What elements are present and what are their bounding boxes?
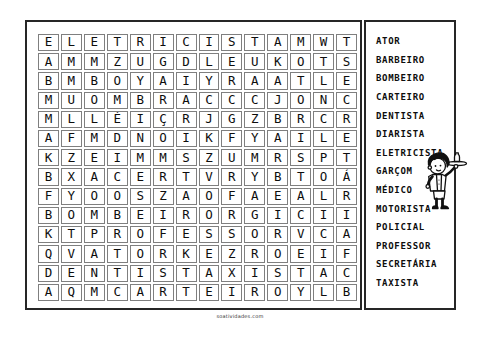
grid-cell[interactable]: E [267, 188, 288, 205]
grid-cell[interactable]: Z [199, 149, 220, 166]
grid-cell[interactable]: T [290, 168, 311, 185]
grid-cell[interactable]: K [267, 53, 288, 70]
grid-cell[interactable]: R [130, 34, 151, 51]
grid-cell[interactable]: E [199, 245, 220, 262]
grid-cell[interactable]: C [221, 92, 242, 109]
grid-cell[interactable]: L [313, 284, 334, 301]
grid-cell[interactable]: T [313, 53, 334, 70]
grid-cell[interactable]: B [38, 168, 59, 185]
grid-cell[interactable]: R [221, 168, 242, 185]
grid-cell[interactable]: R [221, 72, 242, 89]
word-list-item: BOMBEIRO [376, 69, 454, 88]
grid-cell[interactable]: N [130, 130, 151, 147]
grid-cell[interactable]: I [153, 34, 174, 51]
grid-cell[interactable]: K [38, 226, 59, 243]
grid-cell[interactable]: O [267, 284, 288, 301]
grid-cell[interactable]: I [107, 149, 128, 166]
grid-cell[interactable]: A [38, 53, 59, 70]
grid-cell[interactable]: G [221, 111, 242, 128]
grid-cell[interactable]: R [153, 168, 174, 185]
grid-cell[interactable]: T [107, 245, 128, 262]
grid-cell[interactable]: T [176, 265, 197, 282]
grid-cell[interactable]: K [176, 245, 197, 262]
grid-cell[interactable]: O [199, 207, 220, 224]
grid-cell[interactable]: M [61, 72, 82, 89]
grid-cell[interactable]: U [244, 53, 265, 70]
grid-cell[interactable]: O [290, 92, 311, 109]
grid-cell[interactable]: É [107, 111, 128, 128]
grid-cell[interactable]: A [153, 72, 174, 89]
grid-cell[interactable]: C [336, 92, 357, 109]
grid-cell[interactable]: E [336, 130, 357, 147]
grid-cell[interactable]: Q [61, 284, 82, 301]
grid-cell[interactable]: S [221, 226, 242, 243]
grid-cell[interactable]: T [107, 34, 128, 51]
grid-cell[interactable]: U [130, 53, 151, 70]
grid-cell[interactable]: O [313, 168, 334, 185]
grid-cell[interactable]: F [336, 245, 357, 262]
word-list-item: DENTISTA [376, 106, 454, 125]
grid-cell[interactable]: C [107, 284, 128, 301]
grid-cell[interactable]: T [290, 265, 311, 282]
grid-cell[interactable]: S [221, 34, 242, 51]
grid-cell[interactable]: E [221, 53, 242, 70]
grid-cell[interactable]: T [244, 34, 265, 51]
grid-cell[interactable]: O [84, 92, 105, 109]
grid-cell[interactable]: M [84, 53, 105, 70]
grid-cell[interactable]: B [336, 284, 357, 301]
grid-cell[interactable]: X [221, 265, 242, 282]
grid-cell[interactable]: S [176, 149, 197, 166]
grid-cell[interactable]: I [244, 265, 265, 282]
word-list-item: PROFESSOR [376, 237, 454, 256]
grid-cell[interactable]: Z [221, 245, 242, 262]
grid-cell[interactable]: B [107, 207, 128, 224]
grid-cell[interactable]: C [313, 226, 334, 243]
grid-cell[interactable]: E [336, 72, 357, 89]
grid-cell[interactable]: O [61, 207, 82, 224]
grid-cell[interactable]: I [153, 207, 174, 224]
grid-cell[interactable]: O [153, 130, 174, 147]
grid-cell[interactable]: F [61, 130, 82, 147]
grid-cell[interactable]: B [84, 72, 105, 89]
grid-cell[interactable]: X [61, 168, 82, 185]
grid-cell[interactable]: C [107, 168, 128, 185]
grid-cell[interactable]: R [153, 92, 174, 109]
grid-cell[interactable]: R [221, 207, 242, 224]
grid-cell[interactable]: A [267, 130, 288, 147]
grid-cell[interactable]: R [267, 226, 288, 243]
grid-cell[interactable]: O [107, 72, 128, 89]
grid-cell[interactable]: Y [290, 284, 311, 301]
grid-cell[interactable]: A [84, 245, 105, 262]
grid-cell[interactable]: A [244, 188, 265, 205]
grid-cell[interactable]: Y [130, 72, 151, 89]
grid-cell[interactable]: Á [336, 168, 357, 185]
grid-cell[interactable]: S [267, 265, 288, 282]
grid-cell[interactable]: M [84, 207, 105, 224]
word-list-item: BARBEIRO [376, 51, 454, 70]
grid-cell[interactable]: A [130, 284, 151, 301]
grid-cell[interactable]: B [267, 111, 288, 128]
grid-cell[interactable]: F [153, 226, 174, 243]
grid-cell[interactable]: P [313, 149, 334, 166]
grid-cell[interactable]: I [130, 265, 151, 282]
grid-cell[interactable]: I [313, 245, 334, 262]
grid-cell[interactable]: M [38, 111, 59, 128]
grid-cell[interactable]: E [61, 265, 82, 282]
grid-cell[interactable]: Y [244, 130, 265, 147]
grid-cell[interactable]: S [336, 53, 357, 70]
word-list-item: ATOR [376, 32, 454, 51]
grid-cell[interactable]: A [267, 72, 288, 89]
grid-cell[interactable]: T [290, 72, 311, 89]
grid-cell[interactable]: N [313, 92, 334, 109]
grid-cell[interactable]: Z [107, 53, 128, 70]
grid-cell[interactable]: M [38, 92, 59, 109]
grid-cell[interactable]: A [313, 265, 334, 282]
grid-cell[interactable]: A [176, 188, 197, 205]
grid-cell[interactable]: O [244, 226, 265, 243]
grid-cell[interactable]: M [130, 149, 151, 166]
grid-cell[interactable]: M [61, 53, 82, 70]
grid-cell[interactable]: S [130, 188, 151, 205]
grid-cell[interactable]: U [221, 149, 242, 166]
grid-cell[interactable]: I [199, 34, 220, 51]
grid-cell[interactable]: A [336, 226, 357, 243]
grid-cell[interactable]: E [84, 149, 105, 166]
waiter-cartoon-icon [416, 149, 470, 215]
word-list-item: POLICIAL [376, 218, 454, 237]
grid-cell[interactable]: B [38, 72, 59, 89]
grid-cell[interactable]: Z [244, 111, 265, 128]
grid-cell[interactable]: J [267, 92, 288, 109]
letter-grid: ELETRICISTAMWTAMMZUGDLEUKOTSBMBOYAIYRAAT… [38, 34, 357, 301]
grid-cell[interactable]: F [221, 188, 242, 205]
grid-cell[interactable]: I [130, 111, 151, 128]
grid-cell[interactable]: O [267, 245, 288, 262]
grid-cell[interactable]: V [290, 226, 311, 243]
grid-cell[interactable]: K [38, 149, 59, 166]
grid-cell[interactable]: F [38, 188, 59, 205]
word-list-item: TAXISTA [376, 274, 454, 293]
grid-cell[interactable]: Z [61, 149, 82, 166]
grid-cell[interactable]: T [61, 226, 82, 243]
grid-cell[interactable]: Ç [153, 111, 174, 128]
grid-cell[interactable]: I [176, 72, 197, 89]
grid-cell[interactable]: L [313, 130, 334, 147]
grid-cell[interactable]: R [176, 207, 197, 224]
grid-cell[interactable]: C [244, 92, 265, 109]
grid-cell[interactable]: O [130, 245, 151, 262]
grid-cell[interactable]: I [267, 207, 288, 224]
grid-cell[interactable]: C [313, 111, 334, 128]
word-list-item: DIARISTA [376, 125, 454, 144]
grid-cell[interactable]: J [199, 111, 220, 128]
watermark-url: soatividades.com [0, 313, 480, 319]
grid-cell[interactable]: E [176, 226, 197, 243]
grid-cell[interactable]: R [244, 284, 265, 301]
grid-cell[interactable]: C [199, 92, 220, 109]
grid-cell[interactable]: B [130, 92, 151, 109]
grid-cell[interactable]: P [84, 226, 105, 243]
grid-cell[interactable]: I [290, 130, 311, 147]
grid-cell[interactable]: M [153, 149, 174, 166]
grid-cell[interactable]: R [244, 245, 265, 262]
grid-cell[interactable]: I [313, 207, 334, 224]
grid-cell[interactable]: O [84, 188, 105, 205]
grid-cell[interactable]: D [176, 53, 197, 70]
grid-cell[interactable]: R [267, 149, 288, 166]
grid-cell[interactable]: G [244, 207, 265, 224]
grid-cell[interactable]: Y [61, 188, 82, 205]
grid-cell[interactable]: Z [153, 188, 174, 205]
grid-cell[interactable]: T [336, 34, 357, 51]
grid-cell[interactable]: B [38, 207, 59, 224]
grid-cell[interactable]: A [244, 72, 265, 89]
grid-cell[interactable]: D [107, 130, 128, 147]
word-list-item: CARTEIRO [376, 88, 454, 107]
grid-cell[interactable]: R [153, 245, 174, 262]
grid-cell[interactable]: I [221, 284, 242, 301]
grid-cell[interactable]: L [61, 111, 82, 128]
grid-cell[interactable]: E [130, 207, 151, 224]
grid-cell[interactable]: T [336, 149, 357, 166]
grid-cell[interactable]: R [336, 111, 357, 128]
grid-cell[interactable]: F [221, 130, 242, 147]
grid-cell[interactable]: E [130, 168, 151, 185]
grid-cell[interactable]: R [336, 188, 357, 205]
grid-cell[interactable]: E [199, 284, 220, 301]
grid-cell[interactable]: L [61, 34, 82, 51]
grid-cell[interactable]: S [199, 226, 220, 243]
grid-cell[interactable]: N [84, 265, 105, 282]
grid-cell[interactable]: D [38, 265, 59, 282]
grid-cell[interactable]: C [336, 265, 357, 282]
grid-cell[interactable]: M [290, 34, 311, 51]
grid-cell[interactable]: O [290, 53, 311, 70]
grid-cell[interactable]: A [199, 265, 220, 282]
grid-cell[interactable]: I [176, 130, 197, 147]
grid-cell[interactable]: R [107, 226, 128, 243]
grid-cell[interactable]: G [153, 53, 174, 70]
grid-cell[interactable]: B [267, 168, 288, 185]
grid-cell[interactable]: M [244, 149, 265, 166]
word-list-item: SECRETÁRIA [376, 255, 454, 274]
grid-cell[interactable]: L [313, 188, 334, 205]
grid-cell[interactable]: A [290, 188, 311, 205]
grid-cell[interactable]: M [84, 284, 105, 301]
grid-cell[interactable]: L [84, 111, 105, 128]
grid-cell[interactable]: T [176, 284, 197, 301]
grid-cell[interactable]: Y [244, 168, 265, 185]
grid-cell[interactable]: C [176, 34, 197, 51]
grid-cell[interactable]: V [61, 245, 82, 262]
grid-cell[interactable]: E [38, 34, 59, 51]
grid-cell[interactable]: R [176, 111, 197, 128]
grid-cell[interactable]: K [199, 130, 220, 147]
grid-cell[interactable]: R [153, 284, 174, 301]
grid-cell[interactable]: Y [199, 72, 220, 89]
grid-cell[interactable]: Q [38, 245, 59, 262]
grid-cell[interactable]: T [107, 265, 128, 282]
grid-cell[interactable]: A [267, 34, 288, 51]
worksheet-page: { "game": "word_search", "language": "pt… [0, 0, 480, 339]
grid-cell[interactable]: A [176, 92, 197, 109]
grid-cell[interactable]: R [290, 111, 311, 128]
grid-cell[interactable]: A [38, 284, 59, 301]
grid-cell[interactable]: C [290, 207, 311, 224]
grid-cell[interactable]: V [199, 168, 220, 185]
grid-cell[interactable]: A [38, 130, 59, 147]
grid-cell[interactable]: I [336, 207, 357, 224]
grid-cell[interactable]: O [107, 188, 128, 205]
grid-cell[interactable]: U [61, 92, 82, 109]
grid-cell[interactable]: L [313, 72, 334, 89]
grid-cell[interactable]: S [153, 265, 174, 282]
grid-cell[interactable]: T [176, 168, 197, 185]
grid-cell[interactable]: A [84, 168, 105, 185]
grid-cell[interactable]: E [290, 245, 311, 262]
grid-cell[interactable]: O [130, 226, 151, 243]
grid-cell[interactable]: O [199, 188, 220, 205]
puzzle-grid-panel: ELETRICISTAMWTAMMZUGDLEUKOTSBMBOYAIYRAAT… [25, 20, 362, 310]
grid-cell[interactable]: M [84, 130, 105, 147]
grid-cell[interactable]: E [84, 34, 105, 51]
grid-cell[interactable]: L [199, 53, 220, 70]
grid-cell[interactable]: S [290, 149, 311, 166]
grid-cell[interactable]: W [313, 34, 334, 51]
grid-cell[interactable]: M [107, 92, 128, 109]
